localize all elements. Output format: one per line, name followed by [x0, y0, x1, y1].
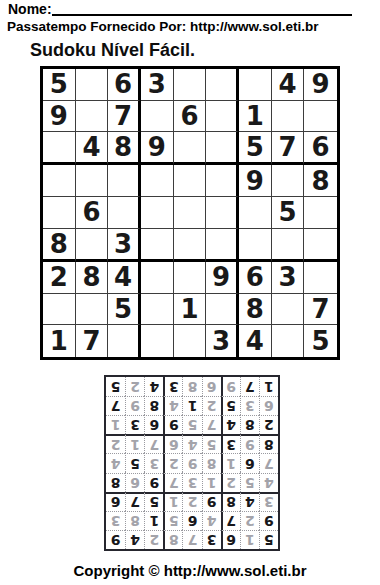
sudoku-solution-grid-rotated: 5163782499274651833489215764521379687618… — [104, 375, 280, 551]
solution-cell: 3 — [259, 492, 278, 511]
solution-cell: 8 — [144, 396, 163, 415]
puzzle-cell: 9 — [141, 132, 174, 165]
puzzle-cell — [76, 165, 109, 197]
solution-cell: 8 — [240, 415, 259, 434]
page-title: Sudoku Nível Fácil. — [30, 40, 195, 61]
sudoku-puzzle-grid: 563499761489576986583284963518717345 — [40, 66, 340, 360]
name-label: Nome: — [8, 1, 52, 17]
solution-cell: 7 — [221, 511, 240, 530]
solution-cell: 5 — [240, 473, 259, 492]
puzzle-cell — [304, 229, 337, 262]
solution-cell: 6 — [221, 530, 240, 549]
puzzle-cell: 4 — [76, 132, 109, 165]
solution-cell: 2 — [144, 530, 163, 549]
solution-cell: 6 — [182, 511, 201, 530]
puzzle-cell — [304, 101, 337, 133]
puzzle-cell: 9 — [239, 165, 272, 197]
puzzle-cell — [43, 197, 76, 229]
solution-cell: 5 — [202, 434, 221, 453]
puzzle-cell — [43, 294, 76, 326]
provider-text: Passatempo Fornecido Por: http://www.sol… — [7, 19, 319, 34]
solution-cell: 7 — [106, 396, 125, 415]
puzzle-cell — [304, 262, 337, 294]
puzzle-cell — [272, 165, 305, 197]
solution-cell: 1 — [202, 473, 221, 492]
solution-cell: 3 — [125, 415, 144, 434]
solution-cell: 7 — [202, 415, 221, 434]
puzzle-cell — [206, 132, 239, 165]
solution-cell: 8 — [106, 473, 125, 492]
solution-cell: 4 — [221, 415, 240, 434]
puzzle-cell — [141, 294, 174, 326]
solution-cell: 9 — [202, 492, 221, 511]
puzzle-cell: 8 — [76, 262, 109, 294]
puzzle-cell — [174, 229, 207, 262]
puzzle-cell — [141, 101, 174, 133]
puzzle-cell — [272, 229, 305, 262]
solution-cell: 1 — [144, 511, 163, 530]
puzzle-cell: 1 — [174, 294, 207, 326]
puzzle-cell — [43, 165, 76, 197]
solution-cell: 7 — [182, 530, 201, 549]
puzzle-cell: 3 — [108, 229, 141, 262]
solution-cell: 6 — [106, 492, 125, 511]
solution-cell: 2 — [221, 473, 240, 492]
puzzle-cell — [206, 69, 239, 101]
puzzle-cell — [76, 229, 109, 262]
solution-cell: 9 — [106, 530, 125, 549]
puzzle-cell — [141, 197, 174, 229]
puzzle-cell: 4 — [272, 69, 305, 101]
puzzle-cell: 5 — [239, 132, 272, 165]
solution-cell: 4 — [259, 473, 278, 492]
puzzle-cell — [174, 165, 207, 197]
puzzle-cell: 5 — [304, 325, 337, 357]
solution-cell: 5 — [125, 453, 144, 472]
solution-cell: 1 — [240, 530, 259, 549]
puzzle-cell — [108, 197, 141, 229]
puzzle-cell: 6 — [174, 101, 207, 133]
puzzle-cell — [141, 229, 174, 262]
solution-cell: 2 — [240, 511, 259, 530]
solution-cell: 3 — [202, 530, 221, 549]
solution-cell: 7 — [259, 453, 278, 472]
puzzle-cell — [141, 325, 174, 357]
solution-cell: 4 — [182, 434, 201, 453]
puzzle-cell: 9 — [304, 69, 337, 101]
solution-cell: 3 — [163, 377, 182, 396]
solution-cell: 4 — [240, 492, 259, 511]
puzzle-cell — [174, 197, 207, 229]
solution-cell: 2 — [182, 492, 201, 511]
solution-cell: 7 — [240, 377, 259, 396]
solution-cell: 2 — [125, 377, 144, 396]
puzzle-cell: 8 — [108, 132, 141, 165]
solution-cell: 3 — [221, 434, 240, 453]
solution-cell: 6 — [125, 473, 144, 492]
solution-cell: 9 — [144, 473, 163, 492]
puzzle-cell — [108, 325, 141, 357]
puzzle-cell — [141, 165, 174, 197]
puzzle-cell: 8 — [43, 229, 76, 262]
copyright-text: Copyright © http://www.sol.eti.br — [0, 562, 380, 579]
solution-cell: 1 — [125, 434, 144, 453]
puzzle-cell: 8 — [239, 294, 272, 326]
puzzle-cell — [239, 229, 272, 262]
puzzle-cell: 3 — [141, 69, 174, 101]
puzzle-cell: 5 — [272, 197, 305, 229]
puzzle-cell — [76, 294, 109, 326]
solution-cell: 8 — [163, 530, 182, 549]
solution-cell: 4 — [106, 453, 125, 472]
solution-cell: 1 — [163, 492, 182, 511]
solution-cell: 6 — [240, 453, 259, 472]
puzzle-cell: 4 — [108, 262, 141, 294]
puzzle-cell: 6 — [76, 197, 109, 229]
solution-cell: 6 — [259, 396, 278, 415]
puzzle-cell — [206, 294, 239, 326]
puzzle-cell — [43, 132, 76, 165]
solution-cell: 4 — [202, 511, 221, 530]
solution-cell: 1 — [259, 377, 278, 396]
puzzle-cell — [174, 325, 207, 357]
puzzle-cell: 7 — [76, 325, 109, 357]
puzzle-cell — [76, 101, 109, 133]
solution-cell: 6 — [202, 377, 221, 396]
puzzle-cell: 4 — [239, 325, 272, 357]
solution-cell: 2 — [163, 453, 182, 472]
solution-cell: 4 — [144, 377, 163, 396]
puzzle-cell: 7 — [108, 101, 141, 133]
solution-cell: 3 — [106, 511, 125, 530]
puzzle-cell — [239, 197, 272, 229]
puzzle-cell — [206, 229, 239, 262]
puzzle-cell: 2 — [43, 262, 76, 294]
solution-cell: 7 — [125, 492, 144, 511]
solution-cell: 2 — [106, 434, 125, 453]
puzzle-cell: 7 — [304, 294, 337, 326]
puzzle-cell — [206, 165, 239, 197]
puzzle-cell — [76, 69, 109, 101]
puzzle-cell: 6 — [108, 69, 141, 101]
puzzle-cell — [304, 197, 337, 229]
solution-cell: 5 — [144, 492, 163, 511]
puzzle-cell: 1 — [43, 325, 76, 357]
solution-cell: 7 — [163, 473, 182, 492]
solution-cell: 5 — [259, 530, 278, 549]
solution-cell: 6 — [144, 415, 163, 434]
solution-cell: 3 — [144, 453, 163, 472]
puzzle-cell — [174, 132, 207, 165]
solution-cell: 9 — [125, 396, 144, 415]
puzzle-cell — [272, 101, 305, 133]
puzzle-cell: 7 — [272, 132, 305, 165]
solution-cell: 7 — [144, 434, 163, 453]
puzzle-cell: 5 — [43, 69, 76, 101]
solution-cell: 9 — [221, 377, 240, 396]
solution-cell: 1 — [221, 453, 240, 472]
solution-cell: 3 — [240, 396, 259, 415]
solution-cell: 4 — [125, 530, 144, 549]
solution-cell: 8 — [202, 453, 221, 472]
solution-cell: 5 — [106, 377, 125, 396]
solution-cell: 3 — [182, 473, 201, 492]
puzzle-cell: 9 — [43, 101, 76, 133]
puzzle-cell — [108, 165, 141, 197]
solution-cell: 8 — [182, 377, 201, 396]
puzzle-cell: 8 — [304, 165, 337, 197]
puzzle-cell: 6 — [304, 132, 337, 165]
puzzle-cell: 3 — [272, 262, 305, 294]
puzzle-cell — [206, 197, 239, 229]
solution-cell: 5 — [182, 415, 201, 434]
solution-cell: 1 — [182, 396, 201, 415]
solution-cell: 9 — [259, 511, 278, 530]
solution-cell: 9 — [240, 434, 259, 453]
solution-cell: 2 — [259, 415, 278, 434]
puzzle-cell — [141, 262, 174, 294]
puzzle-cell — [206, 101, 239, 133]
puzzle-cell — [174, 262, 207, 294]
solution-cell: 6 — [163, 434, 182, 453]
puzzle-cell — [272, 294, 305, 326]
solution-cell: 9 — [163, 415, 182, 434]
solution-cell: 8 — [125, 511, 144, 530]
puzzle-cell: 1 — [239, 101, 272, 133]
puzzle-cell — [174, 69, 207, 101]
solution-cell: 5 — [221, 396, 240, 415]
puzzle-cell: 5 — [108, 294, 141, 326]
puzzle-cell: 6 — [239, 262, 272, 294]
puzzle-cell — [272, 325, 305, 357]
puzzle-cell: 3 — [206, 325, 239, 357]
puzzle-cell: 9 — [206, 262, 239, 294]
puzzle-cell — [239, 69, 272, 101]
solution-cell: 8 — [259, 434, 278, 453]
solution-cell: 5 — [163, 511, 182, 530]
solution-cell: 1 — [106, 415, 125, 434]
solution-cell: 4 — [163, 396, 182, 415]
solution-cell: 9 — [182, 453, 201, 472]
name-field-row: Nome: — [8, 1, 352, 17]
solution-cell: 8 — [221, 492, 240, 511]
name-blank-line — [52, 14, 352, 16]
solution-cell: 2 — [202, 396, 221, 415]
